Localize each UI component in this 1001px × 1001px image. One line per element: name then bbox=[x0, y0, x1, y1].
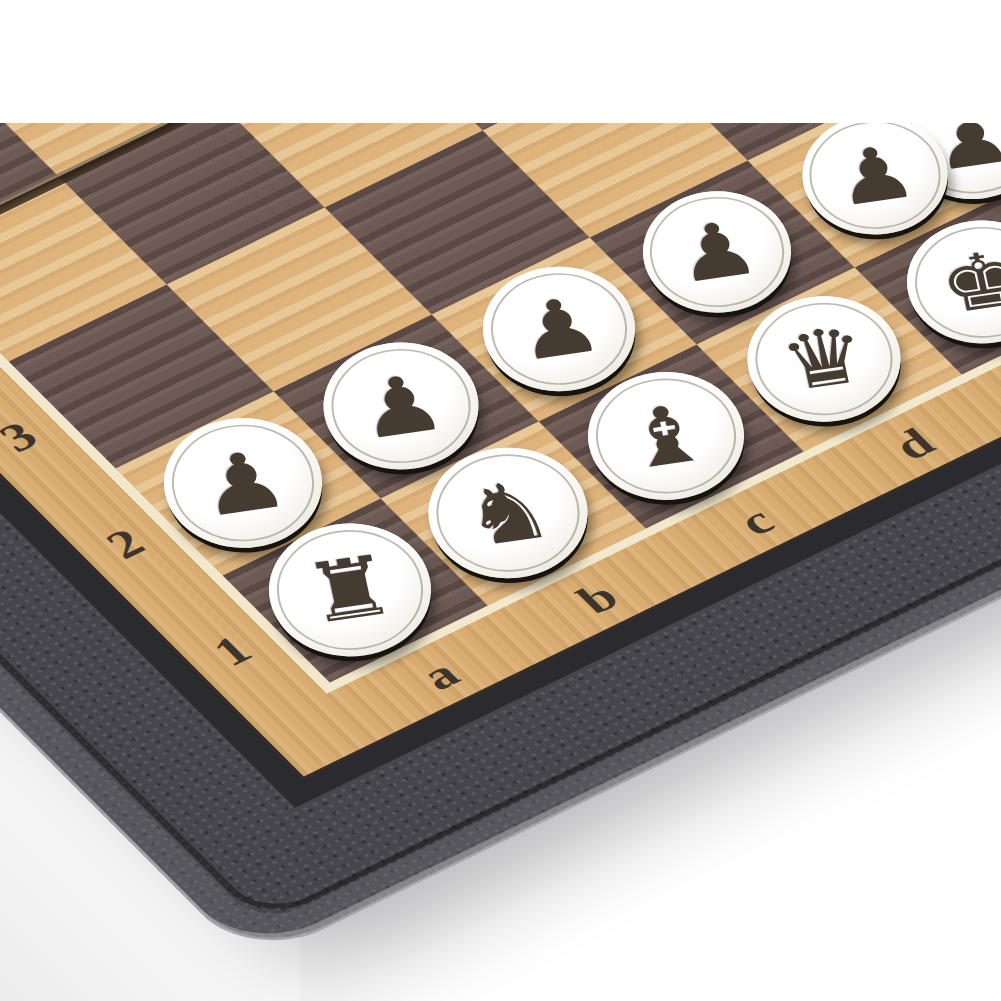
board-photo: 12345678abcdefgh ♜♞♝♛♚♟♟♟♟♟♟ bbox=[0, 0, 1001, 1001]
piece-disc: ♜ bbox=[256, 513, 444, 667]
white-pawn-icon: ♟ bbox=[668, 209, 765, 295]
piece-disc: ♟ bbox=[791, 106, 959, 244]
piece-disc: ♝ bbox=[576, 362, 757, 510]
piece-white-bishop-c1: ♝ bbox=[576, 362, 757, 510]
pieces-layer: ♜♞♝♛♚♟♟♟♟♟♟ bbox=[0, 0, 1001, 1001]
white-knight-icon: ♞ bbox=[456, 467, 561, 560]
piece-disc: ♛ bbox=[735, 286, 912, 431]
white-rook-icon: ♜ bbox=[297, 543, 403, 637]
piece-white-knight-b1: ♞ bbox=[416, 437, 600, 588]
white-pawn-icon: ♟ bbox=[827, 133, 922, 217]
white-bishop-icon: ♝ bbox=[615, 391, 717, 482]
piece-white-rook-a1: ♜ bbox=[256, 513, 444, 667]
white-pawn-icon: ♟ bbox=[350, 361, 451, 451]
piece-disc: ♞ bbox=[416, 437, 600, 588]
piece-white-queen-d1: ♛ bbox=[735, 286, 912, 431]
piece-white-king-e1: ♚ bbox=[895, 211, 1001, 353]
white-queen-icon: ♛ bbox=[774, 315, 874, 404]
background-crop-band bbox=[0, 0, 1001, 123]
piece-white-pawn-e2: ♟ bbox=[791, 106, 959, 244]
white-pawn-icon: ♟ bbox=[509, 285, 608, 373]
piece-disc: ♚ bbox=[895, 211, 1001, 353]
white-pawn-icon: ♟ bbox=[191, 437, 295, 529]
white-king-icon: ♚ bbox=[933, 239, 1001, 326]
